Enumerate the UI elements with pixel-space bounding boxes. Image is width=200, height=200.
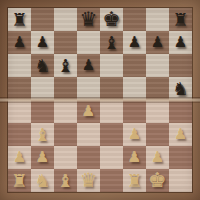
square-e5[interactable] <box>100 77 123 100</box>
square-h7[interactable]: ♟ <box>169 31 192 54</box>
chessboard-photo: ♜♛♚♜♟♟♝♟♟♟♞♝♟♞♟♝♟♟♟♟♟♟♜♞♝♛♜♚ <box>0 0 200 200</box>
square-b6[interactable]: ♞ <box>31 54 54 77</box>
square-h1[interactable] <box>169 169 192 192</box>
square-c3[interactable] <box>54 123 77 146</box>
square-b7[interactable]: ♟ <box>31 31 54 54</box>
square-g8[interactable] <box>146 8 169 31</box>
black-pawn[interactable]: ♟ <box>128 31 141 54</box>
square-a4[interactable] <box>8 100 31 123</box>
square-g5[interactable] <box>146 77 169 100</box>
square-d5[interactable] <box>77 77 100 100</box>
white-pawn[interactable]: ♟ <box>128 146 141 169</box>
square-c6[interactable]: ♝ <box>54 54 77 77</box>
square-h8[interactable]: ♜ <box>169 8 192 31</box>
white-pawn[interactable]: ♟ <box>174 123 187 146</box>
square-b1[interactable]: ♞ <box>31 169 54 192</box>
black-king[interactable]: ♚ <box>103 8 121 31</box>
white-knight[interactable]: ♞ <box>34 169 50 192</box>
white-pawn[interactable]: ♟ <box>13 146 26 169</box>
square-a5[interactable] <box>8 77 31 100</box>
square-e6[interactable] <box>100 54 123 77</box>
square-a7[interactable]: ♟ <box>8 31 31 54</box>
square-c7[interactable] <box>54 31 77 54</box>
black-bishop[interactable]: ♝ <box>103 31 119 54</box>
white-pawn[interactable]: ♟ <box>82 100 95 123</box>
square-e2[interactable] <box>100 146 123 169</box>
white-pawn[interactable]: ♟ <box>128 123 141 146</box>
square-f5[interactable] <box>123 77 146 100</box>
square-g3[interactable] <box>146 123 169 146</box>
square-c4[interactable] <box>54 100 77 123</box>
square-a2[interactable]: ♟ <box>8 146 31 169</box>
square-a3[interactable] <box>8 123 31 146</box>
square-f6[interactable] <box>123 54 146 77</box>
square-h3[interactable]: ♟ <box>169 123 192 146</box>
square-h2[interactable] <box>169 146 192 169</box>
chess-board: ♜♛♚♜♟♟♝♟♟♟♞♝♟♞♟♝♟♟♟♟♟♟♜♞♝♛♜♚ <box>8 8 192 192</box>
white-rook[interactable]: ♜ <box>126 169 142 192</box>
square-a1[interactable]: ♜ <box>8 169 31 192</box>
square-f2[interactable]: ♟ <box>123 146 146 169</box>
square-d1[interactable]: ♛ <box>77 169 100 192</box>
square-h5[interactable]: ♞ <box>169 77 192 100</box>
square-d3[interactable] <box>77 123 100 146</box>
white-queen[interactable]: ♛ <box>80 169 98 192</box>
square-b2[interactable]: ♟ <box>31 146 54 169</box>
square-g4[interactable] <box>146 100 169 123</box>
square-e8[interactable]: ♚ <box>100 8 123 31</box>
white-bishop[interactable]: ♝ <box>34 123 50 146</box>
square-d8[interactable]: ♛ <box>77 8 100 31</box>
black-pawn[interactable]: ♟ <box>82 54 95 77</box>
square-a8[interactable]: ♜ <box>8 8 31 31</box>
white-pawn[interactable]: ♟ <box>151 146 164 169</box>
square-c8[interactable] <box>54 8 77 31</box>
black-rook[interactable]: ♜ <box>11 8 27 31</box>
square-c1[interactable]: ♝ <box>54 169 77 192</box>
square-g1[interactable]: ♚ <box>146 169 169 192</box>
square-b3[interactable]: ♝ <box>31 123 54 146</box>
square-f8[interactable] <box>123 8 146 31</box>
square-e3[interactable] <box>100 123 123 146</box>
square-f1[interactable]: ♜ <box>123 169 146 192</box>
square-e7[interactable]: ♝ <box>100 31 123 54</box>
square-b4[interactable] <box>31 100 54 123</box>
white-bishop[interactable]: ♝ <box>57 169 73 192</box>
square-b5[interactable] <box>31 77 54 100</box>
white-king[interactable]: ♚ <box>149 169 167 192</box>
black-pawn[interactable]: ♟ <box>151 31 164 54</box>
square-f3[interactable]: ♟ <box>123 123 146 146</box>
square-h4[interactable] <box>169 100 192 123</box>
square-e1[interactable] <box>100 169 123 192</box>
square-g2[interactable]: ♟ <box>146 146 169 169</box>
black-rook[interactable]: ♜ <box>172 8 188 31</box>
square-g6[interactable] <box>146 54 169 77</box>
black-pawn[interactable]: ♟ <box>174 31 187 54</box>
square-e4[interactable] <box>100 100 123 123</box>
black-pawn[interactable]: ♟ <box>13 31 26 54</box>
black-knight[interactable]: ♞ <box>172 77 188 100</box>
black-knight[interactable]: ♞ <box>34 54 50 77</box>
square-c5[interactable] <box>54 77 77 100</box>
square-h6[interactable] <box>169 54 192 77</box>
square-f7[interactable]: ♟ <box>123 31 146 54</box>
square-b8[interactable] <box>31 8 54 31</box>
black-pawn[interactable]: ♟ <box>36 31 49 54</box>
square-a6[interactable] <box>8 54 31 77</box>
square-g7[interactable]: ♟ <box>146 31 169 54</box>
square-f4[interactable] <box>123 100 146 123</box>
square-d7[interactable] <box>77 31 100 54</box>
black-bishop[interactable]: ♝ <box>57 54 73 77</box>
black-queen[interactable]: ♛ <box>80 8 98 31</box>
square-d6[interactable]: ♟ <box>77 54 100 77</box>
square-c2[interactable] <box>54 146 77 169</box>
square-d2[interactable] <box>77 146 100 169</box>
square-d4[interactable]: ♟ <box>77 100 100 123</box>
white-rook[interactable]: ♜ <box>11 169 27 192</box>
white-pawn[interactable]: ♟ <box>36 146 49 169</box>
